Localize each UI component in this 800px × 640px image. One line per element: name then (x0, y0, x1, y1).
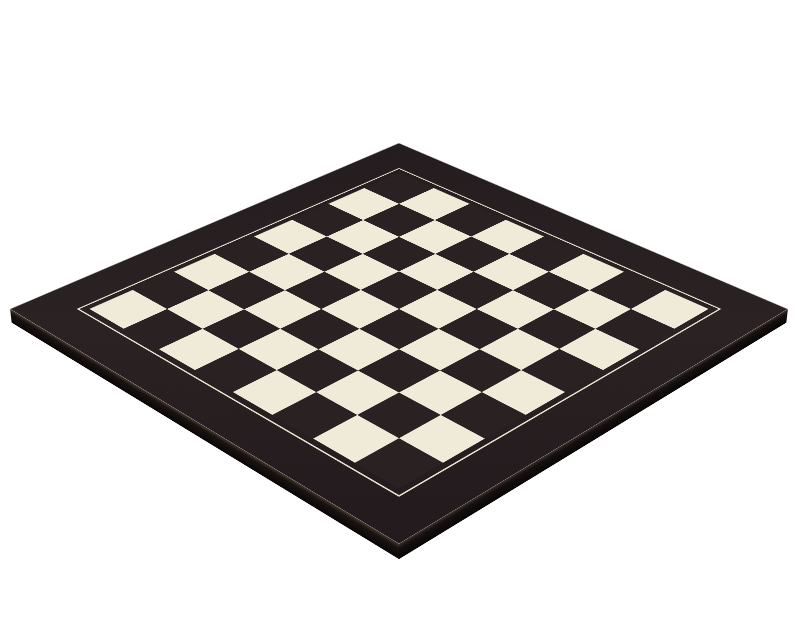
board-photo (0, 0, 800, 640)
playing-field (89, 173, 708, 489)
chessboard (10, 143, 788, 544)
camera-viewport (124, 34, 674, 584)
